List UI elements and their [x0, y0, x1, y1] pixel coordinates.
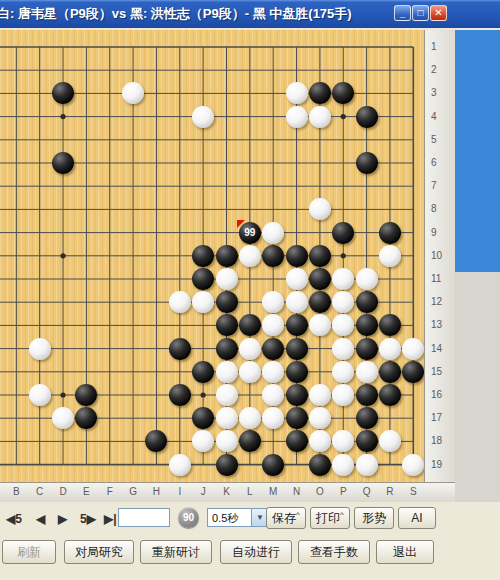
row-label: 5 [431, 134, 451, 145]
stone-white [29, 384, 51, 406]
stone-white [356, 454, 378, 476]
column-label: O [312, 486, 328, 497]
stone-white [239, 361, 261, 383]
stone-black [192, 361, 214, 383]
toolbar-button-形势[interactable]: 形势 [354, 507, 394, 529]
stone-black [286, 314, 308, 336]
stone-white [309, 384, 331, 406]
stone-white [29, 338, 51, 360]
stone-black [286, 361, 308, 383]
stone-black [262, 245, 284, 267]
action-button-重新研讨[interactable]: 重新研讨 [140, 540, 212, 564]
stone-black [309, 245, 331, 267]
stone-white [216, 268, 238, 290]
right-blue-panel [455, 30, 500, 272]
last-move-marker [237, 220, 245, 228]
action-button-刷新[interactable]: 刷新 [2, 540, 56, 564]
column-label: M [265, 486, 281, 497]
column-label: H [148, 486, 164, 497]
stone-black [216, 245, 238, 267]
stone-white [262, 361, 284, 383]
column-label: D [55, 486, 71, 497]
stone-white [286, 106, 308, 128]
stone-white [262, 222, 284, 244]
row-label: 13 [431, 319, 451, 330]
action-button-退出[interactable]: 退出 [376, 540, 434, 564]
playback-toolbar: ◀5◀▶5▶▶| 90 0.5秒 ▼ 保存^打印^形势AI [0, 502, 500, 536]
stone-white [332, 338, 354, 360]
stone-black [216, 454, 238, 476]
stone-white [239, 407, 261, 429]
stone-white [286, 82, 308, 104]
row-label: 2 [431, 64, 451, 75]
column-label: L [242, 486, 258, 497]
window-title: 白: 唐韦星（P9段）vs 黑: 洪性志（P9段）- 黑 中盘胜(175手) [0, 5, 352, 23]
column-label: Q [359, 486, 375, 497]
stone-white [379, 245, 401, 267]
stone-black [356, 152, 378, 174]
action-button-对局研究[interactable]: 对局研究 [64, 540, 134, 564]
stone-white [286, 291, 308, 313]
column-label: B [8, 486, 24, 497]
column-label: R [382, 486, 398, 497]
stone-black: 99 [239, 222, 261, 244]
row-label: 11 [431, 273, 451, 284]
column-label: G [125, 486, 141, 497]
stone-black [309, 454, 331, 476]
stone-black [356, 338, 378, 360]
action-button-查看手数[interactable]: 查看手数 [298, 540, 370, 564]
stone-white [216, 407, 238, 429]
stone-black [286, 245, 308, 267]
stone-white [216, 361, 238, 383]
stone-black [356, 106, 378, 128]
stone-black [192, 245, 214, 267]
stone-white [192, 106, 214, 128]
stone-black [192, 268, 214, 290]
row-label: 6 [431, 157, 451, 168]
stone-black [216, 314, 238, 336]
stone-white [309, 407, 331, 429]
stone-white [379, 338, 401, 360]
stone-black [379, 222, 401, 244]
stone-black [262, 454, 284, 476]
nav-button-0[interactable]: ◀5 [6, 509, 22, 529]
stone-black [52, 152, 74, 174]
stone-white [402, 338, 424, 360]
stone-black [356, 314, 378, 336]
go-board[interactable]: 99 [0, 30, 424, 482]
stone-white [239, 338, 261, 360]
toolbar-button-打印[interactable]: 打印^ [310, 507, 350, 529]
column-label: J [195, 486, 211, 497]
column-label: P [335, 486, 351, 497]
toolbar-button-AI[interactable]: AI [398, 507, 436, 529]
row-label: 14 [431, 343, 451, 354]
stone-black [379, 384, 401, 406]
stone-white [402, 454, 424, 476]
stone-black [286, 338, 308, 360]
stone-black [169, 338, 191, 360]
stone-black [169, 384, 191, 406]
stone-black [356, 291, 378, 313]
app-window: 白: 唐韦星（P9段）vs 黑: 洪性志（P9段）- 黑 中盘胜(175手) _… [0, 0, 500, 580]
row-label: 10 [431, 250, 451, 261]
row-label: 15 [431, 366, 451, 377]
action-button-自动进行[interactable]: 自动进行 [220, 540, 292, 564]
stone-white [239, 245, 261, 267]
row-label: 18 [431, 435, 451, 446]
stone-white [286, 268, 308, 290]
column-label: N [289, 486, 305, 497]
stone-white [169, 454, 191, 476]
stone-black [379, 361, 401, 383]
row-label: 19 [431, 459, 451, 470]
row-label: 16 [431, 389, 451, 400]
stone-black [309, 291, 331, 313]
stone-black [216, 338, 238, 360]
stone-black [356, 407, 378, 429]
stone-black [286, 407, 308, 429]
stone-black [216, 291, 238, 313]
stone-white [356, 268, 378, 290]
row-label: 1 [431, 41, 451, 52]
right-gray-panel [455, 272, 500, 502]
stone-black [286, 430, 308, 452]
row-label: 17 [431, 412, 451, 423]
stone-black [262, 338, 284, 360]
column-label: F [102, 486, 118, 497]
row-label: 8 [431, 203, 451, 214]
row-label: 4 [431, 111, 451, 122]
minimize-button[interactable]: _ [394, 5, 411, 21]
title-bar: 白: 唐韦星（P9段）vs 黑: 洪性志（P9段）- 黑 中盘胜(175手) _… [0, 0, 500, 28]
column-label: I [172, 486, 188, 497]
column-label: K [219, 486, 235, 497]
stone-black [356, 384, 378, 406]
stone-black [286, 384, 308, 406]
column-label: E [78, 486, 94, 497]
column-labels-strip: BCDEFGHIJKLMNOPQRS [0, 482, 455, 502]
nav-button-4[interactable]: ▶| [104, 509, 117, 529]
row-label: 12 [431, 296, 451, 307]
column-label: C [32, 486, 48, 497]
move-number-input[interactable] [118, 508, 170, 527]
nav-button-3[interactable]: 5▶ [80, 509, 96, 529]
toolbar-button-保存[interactable]: 保存^ [266, 507, 306, 529]
close-button[interactable]: ✕ [430, 5, 447, 21]
row-labels-strip: 12345678910111213141516171819 [424, 30, 455, 482]
maximize-button[interactable]: □ [412, 5, 429, 21]
delay-dropdown[interactable]: 0.5秒 ▼ [207, 508, 269, 527]
row-label: 9 [431, 227, 451, 238]
stone-white [356, 361, 378, 383]
row-label: 3 [431, 87, 451, 98]
stone-black [402, 361, 424, 383]
stone-black [332, 222, 354, 244]
stone-white [216, 430, 238, 452]
nav-button-1[interactable]: ◀ [36, 509, 45, 529]
column-label: S [405, 486, 421, 497]
stone-black [356, 430, 378, 452]
stone-white [309, 106, 331, 128]
nav-button-2[interactable]: ▶ [58, 509, 67, 529]
stone-black [309, 268, 331, 290]
stone-white [216, 384, 238, 406]
move-count-badge: 90 [178, 507, 199, 528]
row-label: 7 [431, 180, 451, 191]
stone-white [332, 361, 354, 383]
delay-value: 0.5秒 [212, 511, 238, 526]
stone-white [332, 454, 354, 476]
stone-white [169, 291, 191, 313]
actions-toolbar: 刷新对局研究重新研讨自动进行查看手数退出 [0, 536, 500, 566]
